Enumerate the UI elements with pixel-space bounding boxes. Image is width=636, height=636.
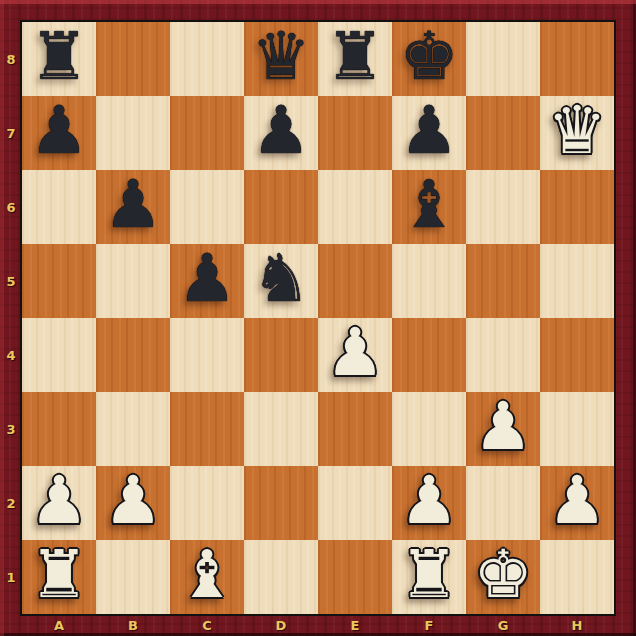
square-e6[interactable] xyxy=(318,170,392,244)
square-g1[interactable]: ♚ xyxy=(466,540,540,614)
square-g4[interactable] xyxy=(466,318,540,392)
square-g2[interactable] xyxy=(466,466,540,540)
black-bishop-f6[interactable]: ♝ xyxy=(399,172,458,238)
square-d3[interactable] xyxy=(244,392,318,466)
square-f8[interactable]: ♚ xyxy=(392,22,466,96)
white-pawn-e4[interactable]: ♟ xyxy=(325,320,384,386)
square-e2[interactable] xyxy=(318,466,392,540)
chess-app-window: ♜♛♜♚♟♟♟♛♟♝♟♞♟♟♟♟♟♟♜♝♜♚ 87654321ABCDEFGH xyxy=(0,0,636,636)
square-c3[interactable] xyxy=(170,392,244,466)
square-a3[interactable] xyxy=(22,392,96,466)
square-b4[interactable] xyxy=(96,318,170,392)
square-b7[interactable] xyxy=(96,96,170,170)
square-h1[interactable] xyxy=(540,540,614,614)
square-c6[interactable] xyxy=(170,170,244,244)
black-pawn-d7[interactable]: ♟ xyxy=(251,98,310,164)
square-a1[interactable]: ♜ xyxy=(22,540,96,614)
square-e7[interactable] xyxy=(318,96,392,170)
square-d4[interactable] xyxy=(244,318,318,392)
rank-label-1: 1 xyxy=(0,540,22,614)
square-b6[interactable]: ♟ xyxy=(96,170,170,244)
square-e5[interactable] xyxy=(318,244,392,318)
square-d7[interactable]: ♟ xyxy=(244,96,318,170)
square-f5[interactable] xyxy=(392,244,466,318)
square-f3[interactable] xyxy=(392,392,466,466)
rank-label-4: 4 xyxy=(0,318,22,392)
black-rook-e8[interactable]: ♜ xyxy=(325,24,384,90)
square-d1[interactable] xyxy=(244,540,318,614)
black-pawn-a7[interactable]: ♟ xyxy=(29,98,88,164)
square-g5[interactable] xyxy=(466,244,540,318)
square-f1[interactable]: ♜ xyxy=(392,540,466,614)
square-a4[interactable] xyxy=(22,318,96,392)
rank-label-7: 7 xyxy=(0,96,22,170)
square-c5[interactable]: ♟ xyxy=(170,244,244,318)
square-f4[interactable] xyxy=(392,318,466,392)
square-d6[interactable] xyxy=(244,170,318,244)
square-f2[interactable]: ♟ xyxy=(392,466,466,540)
file-label-f: F xyxy=(392,614,466,636)
file-label-e: E xyxy=(318,614,392,636)
square-f6[interactable]: ♝ xyxy=(392,170,466,244)
square-c2[interactable] xyxy=(170,466,244,540)
black-pawn-b6[interactable]: ♟ xyxy=(103,172,162,238)
square-e4[interactable]: ♟ xyxy=(318,318,392,392)
square-a8[interactable]: ♜ xyxy=(22,22,96,96)
square-b1[interactable] xyxy=(96,540,170,614)
square-e8[interactable]: ♜ xyxy=(318,22,392,96)
square-b2[interactable]: ♟ xyxy=(96,466,170,540)
square-c7[interactable] xyxy=(170,96,244,170)
white-pawn-f2[interactable]: ♟ xyxy=(399,468,458,534)
square-g6[interactable] xyxy=(466,170,540,244)
square-h2[interactable]: ♟ xyxy=(540,466,614,540)
white-king-g1[interactable]: ♚ xyxy=(473,542,532,608)
black-pawn-c5[interactable]: ♟ xyxy=(177,246,236,312)
square-h6[interactable] xyxy=(540,170,614,244)
black-queen-d8[interactable]: ♛ xyxy=(251,24,310,90)
black-pawn-f7[interactable]: ♟ xyxy=(399,98,458,164)
file-label-g: G xyxy=(466,614,540,636)
black-knight-d5[interactable]: ♞ xyxy=(251,246,310,312)
square-h7[interactable]: ♛ xyxy=(540,96,614,170)
square-d5[interactable]: ♞ xyxy=(244,244,318,318)
square-a6[interactable] xyxy=(22,170,96,244)
black-rook-a8[interactable]: ♜ xyxy=(29,24,88,90)
square-h8[interactable] xyxy=(540,22,614,96)
file-label-a: A xyxy=(22,614,96,636)
square-d2[interactable] xyxy=(244,466,318,540)
square-c1[interactable]: ♝ xyxy=(170,540,244,614)
white-bishop-c1[interactable]: ♝ xyxy=(177,542,236,608)
square-h3[interactable] xyxy=(540,392,614,466)
white-rook-a1[interactable]: ♜ xyxy=(29,542,88,608)
square-c8[interactable] xyxy=(170,22,244,96)
file-label-b: B xyxy=(96,614,170,636)
square-b5[interactable] xyxy=(96,244,170,318)
square-g3[interactable]: ♟ xyxy=(466,392,540,466)
white-queen-h7[interactable]: ♛ xyxy=(547,98,606,164)
rank-label-5: 5 xyxy=(0,244,22,318)
file-label-c: C xyxy=(170,614,244,636)
rank-label-6: 6 xyxy=(0,170,22,244)
rank-label-8: 8 xyxy=(0,22,22,96)
square-h5[interactable] xyxy=(540,244,614,318)
square-a2[interactable]: ♟ xyxy=(22,466,96,540)
white-pawn-a2[interactable]: ♟ xyxy=(29,468,88,534)
white-pawn-h2[interactable]: ♟ xyxy=(547,468,606,534)
square-d8[interactable]: ♛ xyxy=(244,22,318,96)
square-f7[interactable]: ♟ xyxy=(392,96,466,170)
square-a7[interactable]: ♟ xyxy=(22,96,96,170)
square-b3[interactable] xyxy=(96,392,170,466)
white-rook-f1[interactable]: ♜ xyxy=(399,542,458,608)
rank-label-3: 3 xyxy=(0,392,22,466)
rank-label-2: 2 xyxy=(0,466,22,540)
file-label-d: D xyxy=(244,614,318,636)
square-e1[interactable] xyxy=(318,540,392,614)
white-pawn-b2[interactable]: ♟ xyxy=(103,468,162,534)
white-pawn-g3[interactable]: ♟ xyxy=(473,394,532,460)
square-b8[interactable] xyxy=(96,22,170,96)
square-a5[interactable] xyxy=(22,244,96,318)
square-h4[interactable] xyxy=(540,318,614,392)
square-g8[interactable] xyxy=(466,22,540,96)
file-label-h: H xyxy=(540,614,614,636)
square-g7[interactable] xyxy=(466,96,540,170)
black-king-f8[interactable]: ♚ xyxy=(399,24,458,90)
square-e3[interactable] xyxy=(318,392,392,466)
square-c4[interactable] xyxy=(170,318,244,392)
chess-board: ♜♛♜♚♟♟♟♛♟♝♟♞♟♟♟♟♟♟♜♝♜♚ xyxy=(22,22,614,614)
